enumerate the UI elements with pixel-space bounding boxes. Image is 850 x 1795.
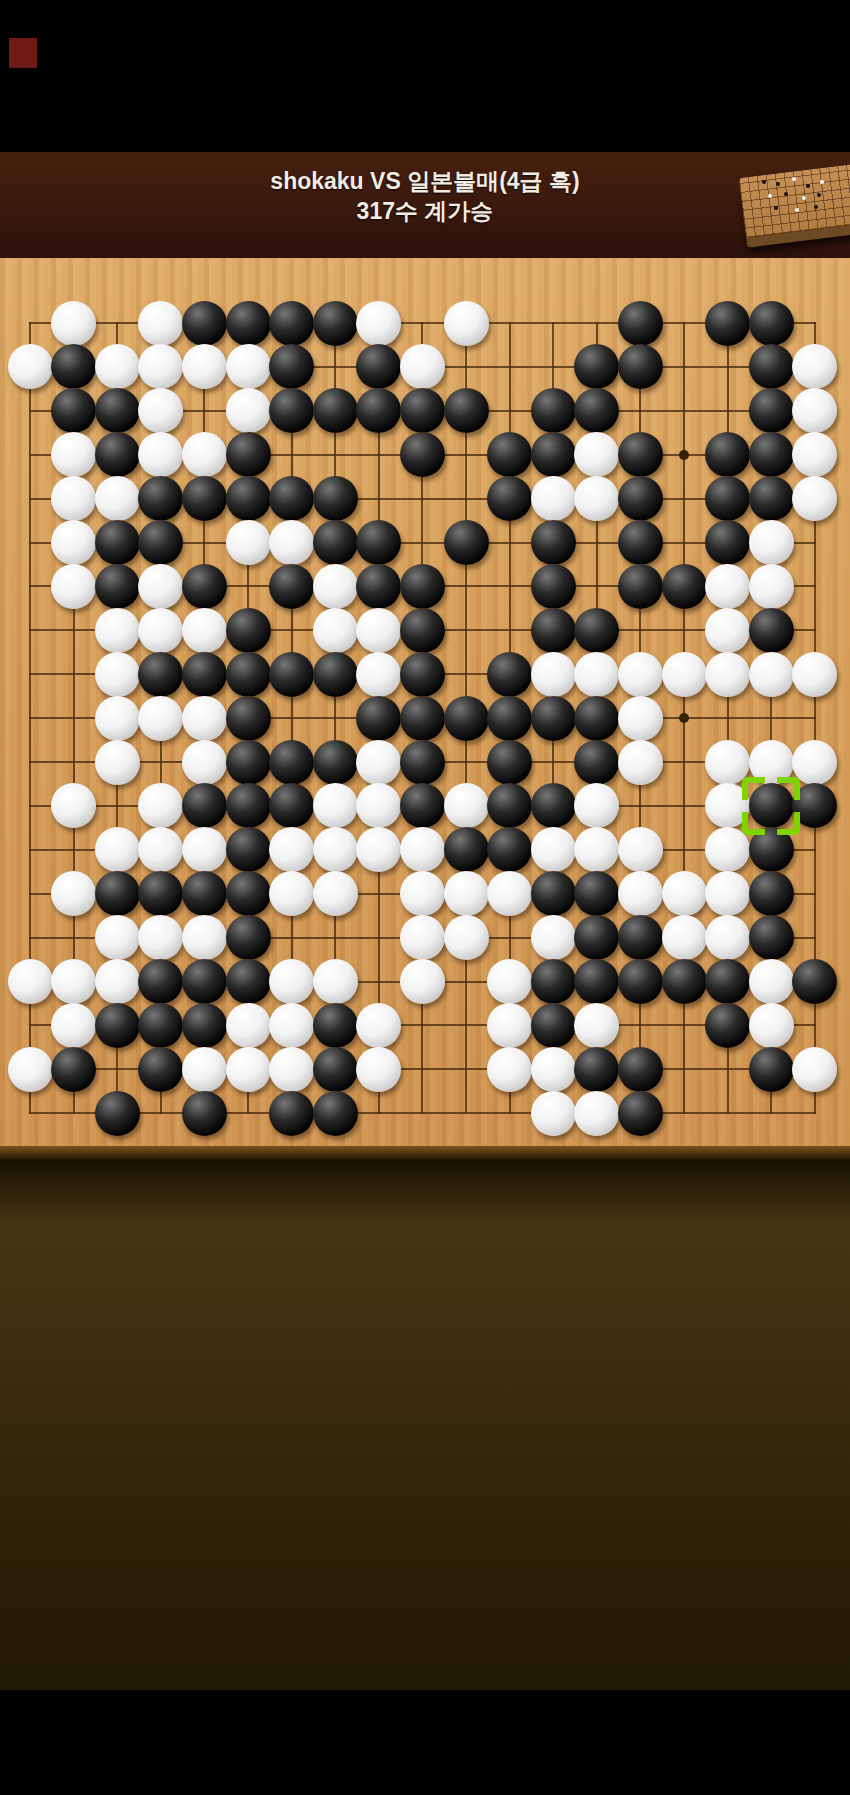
stone-black — [182, 564, 227, 609]
stone-black — [574, 959, 619, 1004]
board-edge-shadow — [0, 1146, 850, 1160]
stone-black — [574, 388, 619, 433]
stone-white — [574, 1091, 619, 1136]
stone-black — [487, 432, 532, 477]
stone-black — [618, 344, 663, 389]
stone-black — [138, 520, 183, 565]
stone-white — [444, 301, 489, 346]
stone-black — [618, 915, 663, 960]
stone-white — [182, 696, 227, 741]
stone-white — [95, 827, 140, 872]
stone-black — [618, 301, 663, 346]
stone-black — [182, 783, 227, 828]
stone-black — [487, 652, 532, 697]
stone-black — [531, 959, 576, 1004]
stone-white — [8, 344, 53, 389]
stone-white — [749, 652, 794, 697]
stone-black — [705, 520, 750, 565]
stone-black — [400, 432, 445, 477]
stone-black — [487, 476, 532, 521]
stone-black — [444, 388, 489, 433]
stone-white — [618, 740, 663, 785]
stone-white — [226, 388, 271, 433]
stone-black — [95, 871, 140, 916]
stone-black — [574, 915, 619, 960]
stone-white — [400, 871, 445, 916]
stone-black — [531, 520, 576, 565]
stone-black — [138, 652, 183, 697]
stone-white — [51, 520, 96, 565]
stone-black — [95, 1091, 140, 1136]
stone-white — [356, 1003, 401, 1048]
stone-white — [138, 696, 183, 741]
stone-black — [574, 696, 619, 741]
stone-black — [705, 1003, 750, 1048]
stone-white — [182, 915, 227, 960]
stone-white — [51, 476, 96, 521]
stone-black — [226, 871, 271, 916]
stone-black — [95, 520, 140, 565]
stone-black — [226, 476, 271, 521]
stone-white — [487, 1047, 532, 1092]
stone-black — [313, 740, 358, 785]
control-panel: 317 자동 놓아보기 실전으로 형세판단 나가기 일본불매 4급 — [0, 1160, 850, 1690]
stone-white — [792, 344, 837, 389]
stone-black — [226, 783, 271, 828]
hoshi-point — [679, 713, 689, 723]
stone-white — [313, 827, 358, 872]
stone-white — [51, 1003, 96, 1048]
stone-white — [95, 476, 140, 521]
stone-white — [182, 827, 227, 872]
stone-black — [705, 432, 750, 477]
stone-black — [313, 388, 358, 433]
stone-black — [531, 783, 576, 828]
stone-black — [226, 301, 271, 346]
stone-white — [356, 608, 401, 653]
header-text: shokaku VS 일본불매(4급 흑) 317수 계가승 — [0, 166, 850, 226]
stone-white — [51, 564, 96, 609]
stone-black — [749, 388, 794, 433]
stone-black — [574, 1047, 619, 1092]
stone-black — [749, 301, 794, 346]
stone-white — [705, 915, 750, 960]
stone-black — [226, 432, 271, 477]
stone-black — [182, 1091, 227, 1136]
stone-white — [138, 301, 183, 346]
stone-black — [618, 564, 663, 609]
stone-black — [574, 740, 619, 785]
stone-white — [95, 608, 140, 653]
stone-white — [618, 871, 663, 916]
stone-white — [8, 1047, 53, 1092]
stone-black — [313, 1091, 358, 1136]
stone-white — [574, 432, 619, 477]
stone-black — [313, 520, 358, 565]
stone-black — [226, 608, 271, 653]
stone-black — [618, 1047, 663, 1092]
stone-white — [574, 827, 619, 872]
stone-black — [400, 740, 445, 785]
stone-white — [95, 652, 140, 697]
stone-black — [95, 564, 140, 609]
stone-black — [618, 1091, 663, 1136]
stone-white — [662, 871, 707, 916]
goban-thumbnail-board — [739, 162, 850, 237]
stone-black — [356, 564, 401, 609]
stone-white — [356, 740, 401, 785]
stone-white — [138, 432, 183, 477]
stone-black — [705, 959, 750, 1004]
stone-white — [226, 1003, 271, 1048]
stone-white — [749, 959, 794, 1004]
grid-line-h — [29, 1112, 816, 1114]
stone-white — [487, 1003, 532, 1048]
stone-black — [313, 1003, 358, 1048]
stone-white — [269, 871, 314, 916]
stone-black — [662, 564, 707, 609]
stone-white — [400, 915, 445, 960]
stone-white — [95, 959, 140, 1004]
go-board[interactable] — [0, 258, 850, 1160]
stone-white — [444, 915, 489, 960]
bottom-black-bar — [0, 1690, 850, 1795]
stone-white — [51, 871, 96, 916]
stone-white — [531, 476, 576, 521]
stone-black — [531, 608, 576, 653]
stone-black — [531, 1003, 576, 1048]
stone-white — [51, 301, 96, 346]
stone-white — [705, 871, 750, 916]
stone-black — [182, 301, 227, 346]
stone-white — [356, 783, 401, 828]
stone-black — [749, 476, 794, 521]
corner-red-square — [9, 38, 37, 68]
stone-black — [400, 608, 445, 653]
stone-black — [444, 696, 489, 741]
stone-black — [531, 432, 576, 477]
stone-white — [8, 959, 53, 1004]
stone-black — [269, 652, 314, 697]
stone-black — [487, 740, 532, 785]
stone-black — [531, 871, 576, 916]
stone-black — [313, 301, 358, 346]
stone-black — [531, 564, 576, 609]
stone-black — [269, 740, 314, 785]
stone-white — [618, 696, 663, 741]
stone-black — [269, 476, 314, 521]
stone-black — [51, 1047, 96, 1092]
stone-white — [662, 652, 707, 697]
stone-white — [95, 740, 140, 785]
stone-black — [182, 959, 227, 1004]
stone-white — [313, 783, 358, 828]
stone-black — [138, 871, 183, 916]
stone-white — [487, 871, 532, 916]
stone-black — [269, 344, 314, 389]
stone-white — [531, 1047, 576, 1092]
stone-black — [313, 1047, 358, 1092]
stone-white — [356, 301, 401, 346]
stone-white — [313, 871, 358, 916]
stone-black — [792, 959, 837, 1004]
stone-black — [95, 1003, 140, 1048]
stone-white — [531, 915, 576, 960]
stone-black — [356, 388, 401, 433]
stone-white — [487, 959, 532, 1004]
stone-white — [531, 1091, 576, 1136]
stone-white — [400, 827, 445, 872]
stone-black — [400, 564, 445, 609]
stone-black — [138, 476, 183, 521]
stone-black — [574, 871, 619, 916]
stone-black — [531, 388, 576, 433]
stone-white — [95, 696, 140, 741]
stone-white — [356, 652, 401, 697]
stone-white — [618, 652, 663, 697]
stone-white — [182, 1047, 227, 1092]
stone-black — [182, 871, 227, 916]
stone-white — [618, 827, 663, 872]
stone-white — [138, 608, 183, 653]
stone-white — [138, 344, 183, 389]
stone-black — [138, 1003, 183, 1048]
stone-black — [226, 652, 271, 697]
stone-black — [487, 783, 532, 828]
stone-black — [487, 696, 532, 741]
stone-black — [226, 827, 271, 872]
stone-black — [618, 476, 663, 521]
stone-white — [226, 1047, 271, 1092]
stone-black — [749, 1047, 794, 1092]
status-bar-area — [0, 0, 850, 152]
stone-white — [182, 740, 227, 785]
stone-black — [51, 388, 96, 433]
stone-black — [574, 344, 619, 389]
stone-black — [618, 520, 663, 565]
stone-white — [705, 608, 750, 653]
stone-white — [226, 520, 271, 565]
stone-white — [138, 783, 183, 828]
hoshi-point — [679, 450, 689, 460]
stone-white — [574, 783, 619, 828]
stone-black — [400, 652, 445, 697]
stone-black — [226, 696, 271, 741]
stone-black — [749, 871, 794, 916]
stone-black — [269, 564, 314, 609]
stone-black — [400, 696, 445, 741]
stone-white — [95, 344, 140, 389]
stone-black — [531, 696, 576, 741]
stone-white — [749, 564, 794, 609]
stone-white — [705, 564, 750, 609]
stone-black — [487, 827, 532, 872]
stone-black — [138, 1047, 183, 1092]
stone-white — [356, 1047, 401, 1092]
stone-white — [792, 652, 837, 697]
stone-black — [400, 783, 445, 828]
stone-white — [51, 783, 96, 828]
stone-white — [138, 388, 183, 433]
stone-black — [444, 827, 489, 872]
stone-white — [269, 1003, 314, 1048]
stone-white — [313, 608, 358, 653]
stone-white — [749, 520, 794, 565]
stone-white — [313, 959, 358, 1004]
stone-white — [574, 476, 619, 521]
stone-black — [95, 432, 140, 477]
stone-white — [444, 783, 489, 828]
stone-white — [51, 432, 96, 477]
stone-white — [792, 388, 837, 433]
app-screen: shokaku VS 일본불매(4급 흑) 317수 계가승 317 자동 — [0, 0, 850, 1795]
stone-white — [400, 959, 445, 1004]
stone-black — [749, 608, 794, 653]
game-header: shokaku VS 일본불매(4급 흑) 317수 계가승 — [0, 152, 850, 258]
stone-white — [95, 915, 140, 960]
stone-black — [182, 652, 227, 697]
stone-black — [574, 608, 619, 653]
stone-white — [182, 432, 227, 477]
stone-white — [749, 1003, 794, 1048]
goban-thumbnail — [732, 158, 850, 254]
stone-white — [574, 1003, 619, 1048]
stone-white — [792, 476, 837, 521]
stone-black — [705, 301, 750, 346]
stone-black — [182, 1003, 227, 1048]
stone-black — [444, 520, 489, 565]
stone-black — [400, 388, 445, 433]
stone-white — [51, 959, 96, 1004]
stone-white — [705, 652, 750, 697]
stone-black — [51, 344, 96, 389]
stone-white — [269, 1047, 314, 1092]
stone-white — [574, 652, 619, 697]
match-title: shokaku VS 일본불매(4급 흑) — [0, 166, 850, 196]
stone-black — [269, 388, 314, 433]
stone-black — [269, 783, 314, 828]
stone-black — [95, 388, 140, 433]
stone-black — [313, 476, 358, 521]
stone-black — [269, 1091, 314, 1136]
last-move-marker — [742, 777, 800, 835]
stone-white — [792, 1047, 837, 1092]
stone-white — [269, 959, 314, 1004]
stone-black — [356, 696, 401, 741]
stone-white — [269, 827, 314, 872]
stone-white — [662, 915, 707, 960]
stone-white — [531, 652, 576, 697]
stone-black — [356, 344, 401, 389]
stone-black — [705, 476, 750, 521]
stone-white — [182, 344, 227, 389]
stone-black — [226, 740, 271, 785]
stone-white — [792, 432, 837, 477]
stone-black — [749, 344, 794, 389]
stone-black — [313, 652, 358, 697]
stone-white — [444, 871, 489, 916]
stone-black — [269, 301, 314, 346]
stone-white — [400, 344, 445, 389]
stone-black — [182, 476, 227, 521]
stone-white — [226, 344, 271, 389]
stone-black — [618, 432, 663, 477]
stone-black — [226, 959, 271, 1004]
stone-black — [749, 432, 794, 477]
stone-white — [182, 608, 227, 653]
stone-black — [749, 915, 794, 960]
stone-white — [313, 564, 358, 609]
stone-white — [356, 827, 401, 872]
stone-black — [138, 959, 183, 1004]
stone-white — [138, 564, 183, 609]
match-result: 317수 계가승 — [0, 196, 850, 226]
stone-white — [138, 827, 183, 872]
stone-black — [356, 520, 401, 565]
stone-white — [269, 520, 314, 565]
stone-black — [618, 959, 663, 1004]
stone-black — [662, 959, 707, 1004]
stone-white — [531, 827, 576, 872]
stone-white — [138, 915, 183, 960]
stone-black — [226, 915, 271, 960]
goban-thumbnail-stones — [762, 180, 766, 184]
